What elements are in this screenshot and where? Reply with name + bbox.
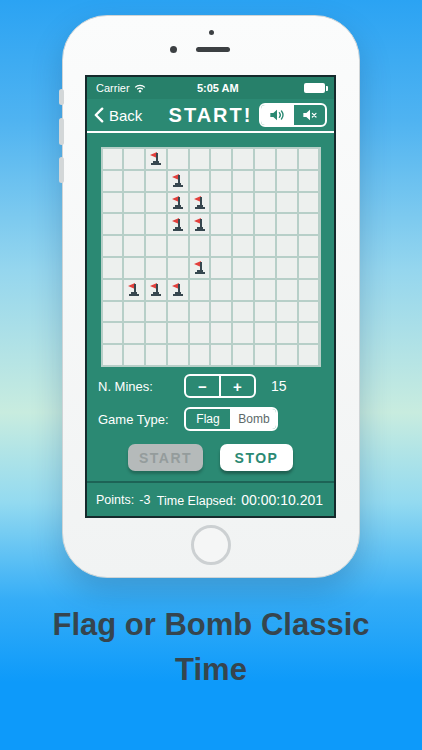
board-cell[interactable] [211, 345, 231, 365]
nav-bar: Back START! [87, 99, 334, 133]
board-cell[interactable] [299, 345, 319, 365]
board-cell[interactable] [299, 258, 319, 278]
flag-icon [172, 283, 184, 296]
proximity-sensor-dot [209, 30, 214, 35]
minus-button[interactable]: − [186, 376, 219, 396]
board-area [87, 133, 334, 374]
board-cell[interactable] [233, 214, 253, 234]
board-cell[interactable] [168, 171, 188, 191]
board-cell[interactable] [299, 214, 319, 234]
game-type-option-bomb[interactable]: Bomb [230, 409, 276, 429]
board-cell[interactable] [233, 236, 253, 256]
board-cell[interactable] [146, 323, 166, 343]
board-cell[interactable] [299, 236, 319, 256]
flag-icon [172, 174, 184, 187]
action-buttons-row: START STOP [87, 444, 334, 472]
mines-label: N. Mines: [98, 379, 184, 394]
board-cell[interactable] [190, 258, 210, 278]
board-cell[interactable] [255, 323, 275, 343]
board-cell[interactable] [103, 236, 123, 256]
sound-toggle [259, 103, 327, 127]
clock-label: 5:05 AM [132, 82, 304, 94]
board-cell[interactable] [233, 280, 253, 300]
board-cell[interactable] [124, 302, 144, 322]
board-cell[interactable] [168, 302, 188, 322]
board-cell[interactable] [299, 149, 319, 169]
score-bar: Points: -3 Time Elapsed: 00:00:10.201 [87, 481, 334, 516]
board-cell[interactable] [124, 193, 144, 213]
elapsed-label: Time Elapsed: [157, 494, 236, 508]
board-cell[interactable] [277, 214, 297, 234]
sound-on-button[interactable] [261, 105, 292, 125]
board-cell[interactable] [146, 302, 166, 322]
board-cell[interactable] [233, 302, 253, 322]
board-cell[interactable] [211, 280, 231, 300]
app-store-screenshot: Carrier 5:05 AM [0, 0, 422, 750]
board-cell[interactable] [190, 302, 210, 322]
board-cell[interactable] [190, 236, 210, 256]
board-cell[interactable] [190, 345, 210, 365]
board-cell[interactable] [255, 302, 275, 322]
home-button[interactable] [191, 525, 231, 565]
flag-icon [128, 283, 140, 296]
points-label: Points: [96, 493, 134, 507]
board-cell[interactable] [190, 280, 210, 300]
board-cell[interactable] [103, 280, 123, 300]
board-cell[interactable] [190, 193, 210, 213]
mines-stepper: − + [184, 374, 256, 398]
board-cell[interactable] [233, 258, 253, 278]
board-cell[interactable] [146, 280, 166, 300]
board-cell[interactable] [211, 323, 231, 343]
board-cell[interactable] [146, 171, 166, 191]
board-cell[interactable] [146, 345, 166, 365]
board-cell[interactable] [277, 345, 297, 365]
board-cell[interactable] [211, 214, 231, 234]
board-cell[interactable] [103, 345, 123, 365]
board-cell[interactable] [211, 236, 231, 256]
back-chevron-icon [94, 107, 104, 123]
board-cell[interactable] [277, 193, 297, 213]
carrier-label: Carrier [96, 82, 130, 94]
board-cell[interactable] [233, 345, 253, 365]
board-cell[interactable] [168, 193, 188, 213]
board-cell[interactable] [168, 345, 188, 365]
board-cell[interactable] [190, 149, 210, 169]
board-cell[interactable] [124, 236, 144, 256]
board-cell[interactable] [277, 258, 297, 278]
board-cell[interactable] [124, 258, 144, 278]
board-cell[interactable] [233, 171, 253, 191]
board-cell[interactable] [146, 258, 166, 278]
app-screen: Carrier 5:05 AM [85, 75, 336, 518]
board-cell[interactable] [255, 171, 275, 191]
start-button[interactable]: START [128, 444, 203, 471]
points-value: -3 [139, 493, 150, 507]
board-cell[interactable] [299, 302, 319, 322]
board-cell[interactable] [277, 323, 297, 343]
board-cell[interactable] [103, 302, 123, 322]
board-cell[interactable] [255, 258, 275, 278]
flag-icon [172, 196, 184, 209]
sound-off-button[interactable] [292, 105, 325, 125]
game-type-label: Game Type: [98, 412, 184, 427]
game-type-row: Game Type: Flag Bomb [87, 407, 334, 431]
board-cell[interactable] [103, 214, 123, 234]
board-cell[interactable] [103, 258, 123, 278]
board-cell[interactable] [168, 236, 188, 256]
board-cell[interactable] [299, 193, 319, 213]
board-cell[interactable] [168, 280, 188, 300]
elapsed-value: 00:00:10.201 [241, 492, 323, 508]
mines-row: N. Mines: − + 15 [87, 374, 334, 398]
screenshot-caption: Flag or Bomb Classic Time [0, 603, 422, 693]
board-cell[interactable] [233, 149, 253, 169]
flag-icon [150, 283, 162, 296]
board-cell[interactable] [103, 171, 123, 191]
board [101, 147, 321, 367]
board-cell[interactable] [211, 302, 231, 322]
board-cell[interactable] [146, 214, 166, 234]
board-cell[interactable] [146, 236, 166, 256]
volume-down-button [59, 157, 64, 183]
battery-icon [304, 83, 325, 93]
board-cell[interactable] [255, 236, 275, 256]
iphone-frame: Carrier 5:05 AM [62, 15, 360, 578]
board-cell[interactable] [277, 171, 297, 191]
plus-button[interactable]: + [219, 376, 254, 396]
flag-icon [194, 261, 206, 274]
board-cell[interactable] [168, 149, 188, 169]
board-cell[interactable] [255, 280, 275, 300]
board-cell[interactable] [103, 193, 123, 213]
board-cell[interactable] [190, 171, 210, 191]
game-type-option-flag[interactable]: Flag [186, 409, 230, 429]
flag-icon [194, 218, 206, 231]
board-cell[interactable] [211, 171, 231, 191]
board-cell[interactable] [299, 171, 319, 191]
board-cell[interactable] [124, 323, 144, 343]
earpiece-speaker [196, 47, 230, 52]
speaker-on-icon [269, 108, 285, 122]
board-cell[interactable] [146, 193, 166, 213]
volume-up-button [59, 118, 64, 145]
board-cell[interactable] [211, 149, 231, 169]
board-cell[interactable] [277, 302, 297, 322]
board-cell[interactable] [255, 214, 275, 234]
game-type-segmented-control: Flag Bomb [184, 407, 278, 431]
status-bar: Carrier 5:05 AM [87, 77, 334, 99]
board-cell[interactable] [168, 258, 188, 278]
board-cell[interactable] [299, 323, 319, 343]
board-cell[interactable] [233, 323, 253, 343]
board-cell[interactable] [168, 214, 188, 234]
flag-icon [150, 152, 162, 165]
board-cell[interactable] [124, 214, 144, 234]
speaker-mute-icon [302, 108, 318, 122]
back-button[interactable]: Back [94, 107, 142, 124]
board-cell[interactable] [168, 323, 188, 343]
board-cell[interactable] [211, 258, 231, 278]
board-cell[interactable] [190, 323, 210, 343]
board-cell[interactable] [255, 193, 275, 213]
back-label: Back [109, 107, 142, 124]
board-cell[interactable] [190, 214, 210, 234]
flag-icon [194, 196, 206, 209]
board-cell[interactable] [124, 149, 144, 169]
flag-icon [172, 218, 184, 231]
stop-button[interactable]: STOP [220, 444, 293, 471]
board-cell[interactable] [124, 280, 144, 300]
mines-value: 15 [271, 378, 287, 394]
board-cell[interactable] [146, 149, 166, 169]
board-cell[interactable] [299, 280, 319, 300]
board-cell[interactable] [233, 193, 253, 213]
board-cell[interactable] [255, 345, 275, 365]
board-cell[interactable] [277, 149, 297, 169]
board-cell[interactable] [277, 280, 297, 300]
board-cell[interactable] [103, 323, 123, 343]
front-camera-dot [170, 46, 177, 53]
board-cell[interactable] [124, 345, 144, 365]
board-cell[interactable] [255, 149, 275, 169]
board-cell[interactable] [277, 236, 297, 256]
board-cell[interactable] [103, 149, 123, 169]
board-cell[interactable] [211, 193, 231, 213]
mute-switch [59, 89, 64, 105]
board-cell[interactable] [124, 171, 144, 191]
